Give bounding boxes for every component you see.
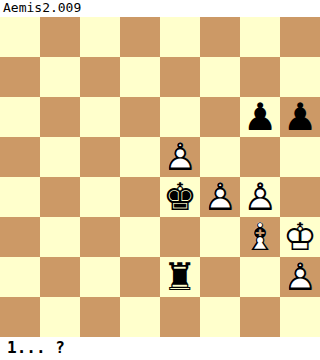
square-b4[interactable] xyxy=(40,177,80,217)
square-h6[interactable]: ♟ xyxy=(280,97,320,137)
piece-bP-g6[interactable]: ♟ xyxy=(240,97,280,137)
square-a2[interactable] xyxy=(0,257,40,297)
square-g3[interactable]: ♝♗ xyxy=(240,217,280,257)
square-e4[interactable]: ♚ xyxy=(160,177,200,217)
square-b8[interactable] xyxy=(40,17,80,57)
square-h2[interactable]: ♟♙ xyxy=(280,257,320,297)
white-piece-outline-glyph: ♗ xyxy=(240,217,280,257)
square-e8[interactable] xyxy=(160,17,200,57)
square-d8[interactable] xyxy=(120,17,160,57)
move-prompt-text: 1... ? xyxy=(7,338,65,357)
piece-bR-e2[interactable]: ♜ xyxy=(160,257,200,297)
square-g7[interactable] xyxy=(240,57,280,97)
square-h5[interactable] xyxy=(280,137,320,177)
square-c3[interactable] xyxy=(80,217,120,257)
square-f1[interactable] xyxy=(200,297,240,337)
square-h1[interactable] xyxy=(280,297,320,337)
square-g8[interactable] xyxy=(240,17,280,57)
square-f5[interactable] xyxy=(200,137,240,177)
square-e5[interactable]: ♟♙ xyxy=(160,137,200,177)
square-h7[interactable] xyxy=(280,57,320,97)
square-c4[interactable] xyxy=(80,177,120,217)
square-h3[interactable]: ♚♔ xyxy=(280,217,320,257)
square-d7[interactable] xyxy=(120,57,160,97)
square-b7[interactable] xyxy=(40,57,80,97)
square-h8[interactable] xyxy=(280,17,320,57)
black-piece-glyph: ♟ xyxy=(240,97,280,137)
piece-wP-f4[interactable]: ♟♙ xyxy=(200,177,240,217)
piece-wP-h2[interactable]: ♟♙ xyxy=(280,257,320,297)
square-g4[interactable]: ♟♙ xyxy=(240,177,280,217)
square-g2[interactable] xyxy=(240,257,280,297)
piece-wB-g3[interactable]: ♝♗ xyxy=(240,217,280,257)
square-a5[interactable] xyxy=(0,137,40,177)
square-c1[interactable] xyxy=(80,297,120,337)
diagram-title-bar: Aemis2.009 xyxy=(0,0,320,17)
square-g5[interactable] xyxy=(240,137,280,177)
square-e7[interactable] xyxy=(160,57,200,97)
piece-bK-e4[interactable]: ♚ xyxy=(160,177,200,217)
chess-board: ♟♟♟♙♚♟♙♟♙♝♗♚♔♜♟♙ xyxy=(0,17,320,337)
square-d1[interactable] xyxy=(120,297,160,337)
piece-wP-e5[interactable]: ♟♙ xyxy=(160,137,200,177)
square-a3[interactable] xyxy=(0,217,40,257)
square-f6[interactable] xyxy=(200,97,240,137)
square-e3[interactable] xyxy=(160,217,200,257)
chess-diagram-window: Aemis2.009 ♟♟♟♙♚♟♙♟♙♝♗♚♔♜♟♙ 1... ? xyxy=(0,0,320,360)
white-piece-outline-glyph: ♙ xyxy=(160,137,200,177)
piece-wK-h3[interactable]: ♚♔ xyxy=(280,217,320,257)
white-piece-outline-glyph: ♔ xyxy=(280,217,320,257)
square-h4[interactable] xyxy=(280,177,320,217)
square-a6[interactable] xyxy=(0,97,40,137)
piece-bP-h6[interactable]: ♟ xyxy=(280,97,320,137)
square-g1[interactable] xyxy=(240,297,280,337)
square-a4[interactable] xyxy=(0,177,40,217)
square-c5[interactable] xyxy=(80,137,120,177)
square-c7[interactable] xyxy=(80,57,120,97)
white-piece-outline-glyph: ♙ xyxy=(200,177,240,217)
black-piece-glyph: ♟ xyxy=(280,97,320,137)
square-b3[interactable] xyxy=(40,217,80,257)
move-prompt-bar: 1... ? xyxy=(0,337,320,360)
square-d4[interactable] xyxy=(120,177,160,217)
square-e1[interactable] xyxy=(160,297,200,337)
square-d3[interactable] xyxy=(120,217,160,257)
square-d5[interactable] xyxy=(120,137,160,177)
square-b1[interactable] xyxy=(40,297,80,337)
square-f8[interactable] xyxy=(200,17,240,57)
square-c8[interactable] xyxy=(80,17,120,57)
square-d6[interactable] xyxy=(120,97,160,137)
black-piece-glyph: ♚ xyxy=(160,177,200,217)
white-piece-outline-glyph: ♙ xyxy=(240,177,280,217)
piece-wP-g4[interactable]: ♟♙ xyxy=(240,177,280,217)
square-b6[interactable] xyxy=(40,97,80,137)
diagram-title: Aemis2.009 xyxy=(3,0,81,15)
square-a8[interactable] xyxy=(0,17,40,57)
square-f3[interactable] xyxy=(200,217,240,257)
square-f4[interactable]: ♟♙ xyxy=(200,177,240,217)
black-piece-glyph: ♜ xyxy=(160,257,200,297)
square-a1[interactable] xyxy=(0,297,40,337)
square-f2[interactable] xyxy=(200,257,240,297)
square-b2[interactable] xyxy=(40,257,80,297)
square-e6[interactable] xyxy=(160,97,200,137)
square-c2[interactable] xyxy=(80,257,120,297)
square-a7[interactable] xyxy=(0,57,40,97)
square-d2[interactable] xyxy=(120,257,160,297)
square-f7[interactable] xyxy=(200,57,240,97)
square-c6[interactable] xyxy=(80,97,120,137)
square-e2[interactable]: ♜ xyxy=(160,257,200,297)
square-g6[interactable]: ♟ xyxy=(240,97,280,137)
square-b5[interactable] xyxy=(40,137,80,177)
white-piece-outline-glyph: ♙ xyxy=(280,257,320,297)
